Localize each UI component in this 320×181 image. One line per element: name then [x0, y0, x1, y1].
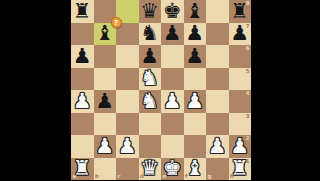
square-d4[interactable]: ♞ — [139, 90, 162, 113]
file-label-d: d — [140, 174, 144, 180]
square-f8[interactable]: ♝ — [184, 0, 207, 23]
square-g8[interactable] — [206, 0, 229, 23]
square-b2[interactable]: ♟ — [94, 135, 117, 158]
square-h3[interactable]: 3 — [229, 113, 252, 136]
mistake-badge: ? — [111, 17, 122, 28]
file-label-f: f — [185, 174, 187, 180]
square-g2[interactable]: ♟ — [206, 135, 229, 158]
square-g4[interactable] — [206, 90, 229, 113]
square-h4[interactable]: 4 — [229, 90, 252, 113]
rank-label-7: 7 — [246, 24, 250, 30]
square-a6[interactable]: ♟ — [71, 45, 94, 68]
square-d2[interactable] — [139, 135, 162, 158]
square-b6[interactable] — [94, 45, 117, 68]
piece-black-bishop[interactable]: ♝ — [95, 23, 114, 44]
square-a3[interactable] — [71, 113, 94, 136]
square-b4[interactable]: ♟ — [94, 90, 117, 113]
square-g7[interactable] — [206, 23, 229, 46]
square-c4[interactable] — [116, 90, 139, 113]
rank-label-6: 6 — [246, 46, 250, 52]
letterbox-left — [0, 0, 71, 180]
piece-white-pawn[interactable]: ♟ — [185, 91, 204, 112]
square-c1[interactable]: c — [116, 158, 139, 181]
piece-black-knight[interactable]: ♞ — [140, 23, 159, 44]
square-h1[interactable]: ♜1h — [229, 158, 252, 181]
square-d7[interactable]: ♞ — [139, 23, 162, 46]
square-a2[interactable] — [71, 135, 94, 158]
piece-black-bishop[interactable]: ♝ — [185, 1, 204, 22]
piece-white-pawn[interactable]: ♟ — [73, 91, 92, 112]
piece-black-king[interactable]: ♚ — [163, 1, 182, 22]
square-b3[interactable] — [94, 113, 117, 136]
piece-black-pawn[interactable]: ♟ — [140, 46, 159, 67]
rank-label-1: 1 — [246, 159, 250, 165]
square-f6[interactable]: ♟ — [184, 45, 207, 68]
square-e1[interactable]: ♚e — [161, 158, 184, 181]
square-e5[interactable] — [161, 68, 184, 91]
square-h6[interactable]: 6 — [229, 45, 252, 68]
square-d8[interactable]: ♛ — [139, 0, 162, 23]
square-b5[interactable] — [94, 68, 117, 91]
piece-white-bishop[interactable]: ♝ — [185, 158, 204, 179]
rank-label-4: 4 — [246, 91, 250, 97]
square-e2[interactable] — [161, 135, 184, 158]
square-f2[interactable] — [184, 135, 207, 158]
file-label-g: g — [208, 174, 212, 180]
rank-label-8: 8 — [246, 1, 250, 7]
square-f4[interactable]: ♟ — [184, 90, 207, 113]
letterbox-right — [251, 0, 320, 180]
piece-white-pawn[interactable]: ♟ — [208, 136, 227, 157]
square-g1[interactable]: g — [206, 158, 229, 181]
file-label-b: b — [95, 174, 99, 180]
square-c5[interactable] — [116, 68, 139, 91]
square-f5[interactable] — [184, 68, 207, 91]
piece-black-rook[interactable]: ♜ — [73, 1, 92, 22]
piece-black-pawn[interactable]: ♟ — [163, 23, 182, 44]
rank-label-3: 3 — [246, 114, 250, 120]
square-h7[interactable]: ♟7 — [229, 23, 252, 46]
piece-white-knight[interactable]: ♞ — [140, 91, 159, 112]
file-label-a: a — [73, 174, 77, 180]
square-h8[interactable]: ♜8 — [229, 0, 252, 23]
piece-white-pawn[interactable]: ♟ — [118, 136, 137, 157]
square-d6[interactable]: ♟ — [139, 45, 162, 68]
square-d1[interactable]: ♛d — [139, 158, 162, 181]
piece-black-pawn[interactable]: ♟ — [185, 46, 204, 67]
square-c2[interactable]: ♟ — [116, 135, 139, 158]
piece-white-pawn[interactable]: ♟ — [163, 91, 182, 112]
square-a8[interactable]: ♜ — [71, 0, 94, 23]
square-f3[interactable] — [184, 113, 207, 136]
square-a7[interactable] — [71, 23, 94, 46]
square-e4[interactable]: ♟ — [161, 90, 184, 113]
square-f7[interactable]: ♟ — [184, 23, 207, 46]
square-g6[interactable] — [206, 45, 229, 68]
chess-board: ? ♜♛♚♝♜8♝♞♟♟♟7♟♟♟6♞5♟♟♞♟♟43♟♟♟♟2♜abc♛d♚e… — [71, 0, 251, 180]
piece-black-pawn[interactable]: ♟ — [73, 46, 92, 67]
square-e6[interactable] — [161, 45, 184, 68]
piece-white-pawn[interactable]: ♟ — [95, 136, 114, 157]
file-label-e: e — [163, 174, 167, 180]
square-g3[interactable] — [206, 113, 229, 136]
square-a5[interactable] — [71, 68, 94, 91]
square-a1[interactable]: ♜a — [71, 158, 94, 181]
square-e7[interactable]: ♟ — [161, 23, 184, 46]
piece-white-knight[interactable]: ♞ — [140, 68, 159, 89]
square-b1[interactable]: b — [94, 158, 117, 181]
rank-label-5: 5 — [246, 69, 250, 75]
file-label-h: h — [230, 174, 234, 180]
piece-black-queen[interactable]: ♛ — [140, 1, 159, 22]
piece-black-pawn[interactable]: ♟ — [185, 23, 204, 44]
square-d5[interactable]: ♞ — [139, 68, 162, 91]
piece-black-pawn[interactable]: ♟ — [95, 91, 114, 112]
rank-label-2: 2 — [246, 136, 250, 142]
square-a4[interactable]: ♟ — [71, 90, 94, 113]
square-g5[interactable] — [206, 68, 229, 91]
square-h2[interactable]: ♟2 — [229, 135, 252, 158]
file-label-c: c — [118, 174, 121, 180]
square-c6[interactable] — [116, 45, 139, 68]
video-frame: ? ♜♛♚♝♜8♝♞♟♟♟7♟♟♟6♞5♟♟♞♟♟43♟♟♟♟2♜abc♛d♚e… — [0, 0, 320, 180]
square-e3[interactable] — [161, 113, 184, 136]
square-d3[interactable] — [139, 113, 162, 136]
square-e8[interactable]: ♚ — [161, 0, 184, 23]
square-c3[interactable] — [116, 113, 139, 136]
square-h5[interactable]: 5 — [229, 68, 252, 91]
square-f1[interactable]: ♝f — [184, 158, 207, 181]
